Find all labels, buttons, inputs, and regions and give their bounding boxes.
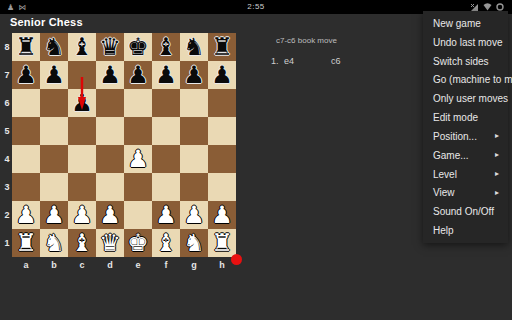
- square-e7[interactable]: ♟: [124, 61, 152, 89]
- square-e1[interactable]: ♚: [124, 229, 152, 257]
- menu-item-label: Game...: [433, 150, 469, 161]
- square-c3[interactable]: [68, 173, 96, 201]
- square-c7[interactable]: [68, 61, 96, 89]
- square-e2[interactable]: [124, 201, 152, 229]
- square-f5[interactable]: [152, 117, 180, 145]
- piece-black-knight: ♞: [40, 33, 68, 61]
- square-d6[interactable]: [96, 89, 124, 117]
- options-menu: New gameUndo last moveSwitch sidesGo (ma…: [423, 11, 508, 243]
- square-g8[interactable]: ♞: [180, 33, 208, 61]
- engine-turn-indicator-dot: [231, 254, 242, 265]
- move-number: 1.: [271, 56, 279, 66]
- menu-item-label: View: [433, 187, 455, 198]
- menu-item-view[interactable]: View▸: [423, 183, 508, 202]
- submenu-arrow-icon: ▸: [495, 132, 499, 140]
- square-a2[interactable]: ♟: [12, 201, 40, 229]
- square-g5[interactable]: [180, 117, 208, 145]
- square-g4[interactable]: [180, 145, 208, 173]
- page-title: Senior Chess: [10, 16, 83, 28]
- square-a3[interactable]: [12, 173, 40, 201]
- piece-black-pawn: ♟: [180, 61, 208, 89]
- square-h3[interactable]: [208, 173, 236, 201]
- square-h5[interactable]: [208, 117, 236, 145]
- file-label-e: e: [124, 259, 152, 271]
- engine-status-text: c7-c6 book move: [276, 36, 337, 45]
- menu-item-label: Switch sides: [433, 56, 489, 67]
- menu-item-label: Position...: [433, 131, 477, 142]
- file-label-b: b: [40, 259, 68, 271]
- square-b3[interactable]: [40, 173, 68, 201]
- piece-white-knight: ♞: [180, 229, 208, 257]
- rank-label-4: 4: [3, 145, 11, 173]
- piece-white-rook: ♜: [208, 229, 236, 257]
- square-a1[interactable]: ♜: [12, 229, 40, 257]
- square-g3[interactable]: [180, 173, 208, 201]
- piece-black-queen: ♛: [96, 33, 124, 61]
- piece-black-pawn: ♟: [152, 61, 180, 89]
- piece-white-queen: ♛: [96, 229, 124, 257]
- rank-label-5: 5: [3, 117, 11, 145]
- square-a7[interactable]: ♟: [12, 61, 40, 89]
- square-f4[interactable]: [152, 145, 180, 173]
- piece-white-pawn: ♟: [40, 201, 68, 229]
- piece-black-rook: ♜: [208, 33, 236, 61]
- chess-board-area: 87654321 ♜♞♝♛♚♝♞♜♟♟♟♟♟♟♟♟♟♟♟♟♟♟♟♟♜♞♝♛♚♝♞…: [12, 33, 236, 257]
- square-g7[interactable]: ♟: [180, 61, 208, 89]
- square-d5[interactable]: [96, 117, 124, 145]
- submenu-arrow-icon: ▸: [495, 170, 499, 178]
- square-h8[interactable]: ♜: [208, 33, 236, 61]
- rank-label-7: 7: [3, 61, 11, 89]
- menu-item-level[interactable]: Level▸: [423, 165, 508, 184]
- square-b4[interactable]: [40, 145, 68, 173]
- square-f6[interactable]: [152, 89, 180, 117]
- square-f8[interactable]: ♝: [152, 33, 180, 61]
- menu-item-game[interactable]: Game...▸: [423, 146, 508, 165]
- file-label-c: c: [68, 259, 96, 271]
- square-c5[interactable]: [68, 117, 96, 145]
- piece-white-bishop: ♝: [152, 229, 180, 257]
- square-a4[interactable]: [12, 145, 40, 173]
- piece-white-king: ♚: [124, 229, 152, 257]
- move-white: e4: [284, 56, 294, 66]
- wifi-icon: [483, 3, 492, 11]
- square-e5[interactable]: [124, 117, 152, 145]
- square-f1[interactable]: ♝: [152, 229, 180, 257]
- menu-item-label: New game: [433, 18, 481, 29]
- square-a6[interactable]: [12, 89, 40, 117]
- rank-label-1: 1: [3, 229, 11, 257]
- menu-item-sound-on-off[interactable]: Sound On/Off: [423, 202, 508, 221]
- menu-item-undo-last-move[interactable]: Undo last move: [423, 33, 508, 52]
- menu-item-label: Edit mode: [433, 112, 478, 123]
- square-c8[interactable]: ♝: [68, 33, 96, 61]
- square-e6[interactable]: [124, 89, 152, 117]
- file-label-g: g: [180, 259, 208, 271]
- submenu-arrow-icon: ▸: [495, 189, 499, 197]
- rank-label-8: 8: [3, 33, 11, 61]
- square-e4[interactable]: ♟: [124, 145, 152, 173]
- square-c2[interactable]: ♟: [68, 201, 96, 229]
- rank-label-2: 2: [3, 201, 11, 229]
- menu-item-only-user-moves[interactable]: Only user moves: [423, 89, 508, 108]
- piece-white-bishop: ♝: [68, 229, 96, 257]
- piece-black-rook: ♜: [12, 33, 40, 61]
- file-label-f: f: [152, 259, 180, 271]
- piece-black-king: ♚: [124, 33, 152, 61]
- square-c1[interactable]: ♝: [68, 229, 96, 257]
- piece-black-bishop: ♝: [152, 33, 180, 61]
- chess-board[interactable]: ♜♞♝♛♚♝♞♜♟♟♟♟♟♟♟♟♟♟♟♟♟♟♟♟♜♞♝♛♚♝♞♜: [12, 33, 236, 257]
- piece-black-knight: ♞: [180, 33, 208, 61]
- square-d4[interactable]: [96, 145, 124, 173]
- rank-label-6: 6: [3, 89, 11, 117]
- square-f7[interactable]: ♟: [152, 61, 180, 89]
- menu-item-label: Sound On/Off: [433, 206, 494, 217]
- square-e3[interactable]: [124, 173, 152, 201]
- menu-item-label: Go (machine to move): [433, 74, 512, 85]
- piece-black-pawn: ♟: [68, 89, 96, 117]
- file-label-d: d: [96, 259, 124, 271]
- menu-item-label: Undo last move: [433, 37, 502, 48]
- menu-item-new-game[interactable]: New game: [423, 14, 508, 33]
- square-h4[interactable]: [208, 145, 236, 173]
- square-g2[interactable]: ♟: [180, 201, 208, 229]
- square-b8[interactable]: ♞: [40, 33, 68, 61]
- piece-white-pawn: ♟: [96, 201, 124, 229]
- square-h7[interactable]: ♟: [208, 61, 236, 89]
- square-d3[interactable]: [96, 173, 124, 201]
- square-g1[interactable]: ♞: [180, 229, 208, 257]
- square-d8[interactable]: ♛: [96, 33, 124, 61]
- square-b5[interactable]: [40, 117, 68, 145]
- menu-item-label: Only user moves: [433, 93, 508, 104]
- square-f3[interactable]: [152, 173, 180, 201]
- menu-item-edit-mode[interactable]: Edit mode: [423, 108, 508, 127]
- square-c6[interactable]: ♟: [68, 89, 96, 117]
- piece-black-bishop: ♝: [68, 33, 96, 61]
- rank-labels: 87654321: [3, 33, 11, 257]
- file-label-a: a: [12, 259, 40, 271]
- piece-white-pawn: ♟: [208, 201, 236, 229]
- square-b7[interactable]: ♟: [40, 61, 68, 89]
- square-a8[interactable]: ♜: [12, 33, 40, 61]
- menu-item-label: Help: [433, 225, 454, 236]
- piece-white-pawn: ♟: [68, 201, 96, 229]
- move-black: c6: [331, 56, 341, 66]
- square-e8[interactable]: ♚: [124, 33, 152, 61]
- piece-black-pawn: ♟: [124, 61, 152, 89]
- piece-black-pawn: ♟: [208, 61, 236, 89]
- piece-white-pawn: ♟: [12, 201, 40, 229]
- piece-white-pawn: ♟: [152, 201, 180, 229]
- submenu-arrow-icon: ▸: [495, 151, 499, 159]
- battery-icon: [496, 3, 504, 11]
- square-d2[interactable]: ♟: [96, 201, 124, 229]
- square-d7[interactable]: ♟: [96, 61, 124, 89]
- square-h6[interactable]: [208, 89, 236, 117]
- square-h1[interactable]: ♜: [208, 229, 236, 257]
- piece-black-pawn: ♟: [12, 61, 40, 89]
- piece-black-pawn: ♟: [40, 61, 68, 89]
- square-h2[interactable]: ♟: [208, 201, 236, 229]
- menu-item-help[interactable]: Help: [423, 221, 508, 240]
- square-b2[interactable]: ♟: [40, 201, 68, 229]
- menu-item-label: Level: [433, 169, 457, 180]
- piece-white-knight: ♞: [40, 229, 68, 257]
- square-f2[interactable]: ♟: [152, 201, 180, 229]
- rank-label-3: 3: [3, 173, 11, 201]
- piece-black-pawn: ♟: [96, 61, 124, 89]
- square-b1[interactable]: ♞: [40, 229, 68, 257]
- piece-white-rook: ♜: [12, 229, 40, 257]
- square-d1[interactable]: ♛: [96, 229, 124, 257]
- piece-white-pawn: ♟: [124, 145, 152, 173]
- square-g6[interactable]: [180, 89, 208, 117]
- square-c4[interactable]: [68, 145, 96, 173]
- menu-item-switch-sides[interactable]: Switch sides: [423, 52, 508, 71]
- menu-item-go-machine-to-move[interactable]: Go (machine to move): [423, 70, 508, 89]
- file-labels: abcdefgh: [12, 259, 236, 271]
- menu-item-position[interactable]: Position...▸: [423, 127, 508, 146]
- square-a5[interactable]: [12, 117, 40, 145]
- square-b6[interactable]: [40, 89, 68, 117]
- piece-white-pawn: ♟: [180, 201, 208, 229]
- status-clock: 2:55: [0, 2, 512, 11]
